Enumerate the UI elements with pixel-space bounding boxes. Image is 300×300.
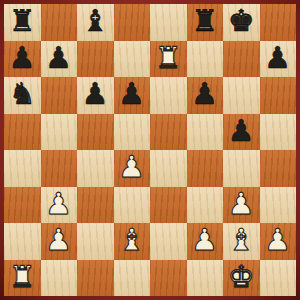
square-e7[interactable]: ♜ [150,41,187,78]
square-d7[interactable] [114,41,151,78]
square-h3[interactable] [260,187,297,224]
square-g3[interactable]: ♟ [223,187,260,224]
square-e4[interactable] [150,150,187,187]
square-c4[interactable] [77,150,114,187]
chess-board: ♜♝♜♚♟♟♜♟♞♟♟♟♟♟♟♟♟♝♟♝♟♜♚ [4,4,296,296]
square-e6[interactable] [150,77,187,114]
square-a7[interactable]: ♟ [4,41,41,78]
white-king: ♚ [228,262,255,292]
square-f8[interactable]: ♜ [187,4,224,41]
square-c2[interactable] [77,223,114,260]
square-b1[interactable] [41,260,78,297]
square-g4[interactable] [223,150,260,187]
black-pawn: ♟ [191,79,218,109]
black-pawn: ♟ [228,116,255,146]
square-a5[interactable] [4,114,41,151]
white-pawn: ♟ [45,225,72,255]
square-h7[interactable]: ♟ [260,41,297,78]
white-pawn: ♟ [228,189,255,219]
square-e5[interactable] [150,114,187,151]
square-d5[interactable] [114,114,151,151]
board-frame: ♜♝♜♚♟♟♜♟♞♟♟♟♟♟♟♟♟♝♟♝♟♜♚ [0,0,300,300]
white-bishop: ♝ [228,225,255,255]
square-d1[interactable] [114,260,151,297]
black-pawn: ♟ [45,43,72,73]
square-f1[interactable] [187,260,224,297]
square-d8[interactable] [114,4,151,41]
square-b8[interactable] [41,4,78,41]
square-d2[interactable]: ♝ [114,223,151,260]
square-d3[interactable] [114,187,151,224]
square-g7[interactable] [223,41,260,78]
square-e1[interactable] [150,260,187,297]
square-f3[interactable] [187,187,224,224]
square-g5[interactable]: ♟ [223,114,260,151]
square-b2[interactable]: ♟ [41,223,78,260]
black-pawn: ♟ [264,43,291,73]
square-e3[interactable] [150,187,187,224]
square-e2[interactable] [150,223,187,260]
square-g8[interactable]: ♚ [223,4,260,41]
black-king: ♚ [228,6,255,36]
square-c8[interactable]: ♝ [77,4,114,41]
black-knight: ♞ [9,79,36,109]
black-rook: ♜ [191,6,218,36]
square-a2[interactable] [4,223,41,260]
white-bishop: ♝ [118,225,145,255]
square-a3[interactable] [4,187,41,224]
white-pawn: ♟ [264,225,291,255]
white-rook: ♜ [9,262,36,292]
square-h1[interactable] [260,260,297,297]
black-pawn: ♟ [82,79,109,109]
square-f7[interactable] [187,41,224,78]
black-pawn: ♟ [9,43,36,73]
square-c7[interactable] [77,41,114,78]
square-b7[interactable]: ♟ [41,41,78,78]
square-d4[interactable]: ♟ [114,150,151,187]
square-c6[interactable]: ♟ [77,77,114,114]
black-bishop: ♝ [82,6,109,36]
square-h6[interactable] [260,77,297,114]
square-g1[interactable]: ♚ [223,260,260,297]
square-b6[interactable] [41,77,78,114]
square-c5[interactable] [77,114,114,151]
square-a4[interactable] [4,150,41,187]
square-h8[interactable] [260,4,297,41]
square-c3[interactable] [77,187,114,224]
white-pawn: ♟ [45,189,72,219]
square-h2[interactable]: ♟ [260,223,297,260]
square-b4[interactable] [41,150,78,187]
square-g2[interactable]: ♝ [223,223,260,260]
white-rook: ♜ [155,43,182,73]
square-a6[interactable]: ♞ [4,77,41,114]
square-h5[interactable] [260,114,297,151]
square-f4[interactable] [187,150,224,187]
square-e8[interactable] [150,4,187,41]
black-rook: ♜ [9,6,36,36]
square-f5[interactable] [187,114,224,151]
square-a1[interactable]: ♜ [4,260,41,297]
square-g6[interactable] [223,77,260,114]
square-h4[interactable] [260,150,297,187]
square-b3[interactable]: ♟ [41,187,78,224]
square-b5[interactable] [41,114,78,151]
square-f2[interactable]: ♟ [187,223,224,260]
white-pawn: ♟ [118,152,145,182]
square-f6[interactable]: ♟ [187,77,224,114]
square-d6[interactable]: ♟ [114,77,151,114]
square-a8[interactable]: ♜ [4,4,41,41]
white-pawn: ♟ [191,225,218,255]
black-pawn: ♟ [118,79,145,109]
square-c1[interactable] [77,260,114,297]
